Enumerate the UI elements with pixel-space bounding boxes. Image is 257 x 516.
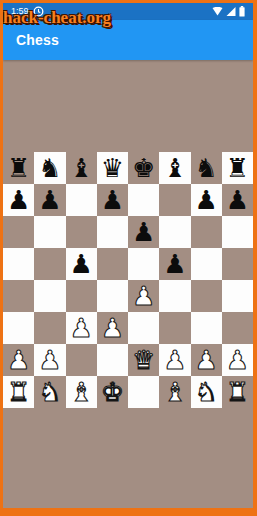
square-d7[interactable]: ♟ bbox=[97, 184, 128, 216]
square-c4[interactable] bbox=[66, 280, 97, 312]
piece-white-bishop: ♝ bbox=[69, 376, 92, 408]
square-g7[interactable]: ♟ bbox=[191, 184, 222, 216]
square-a3[interactable] bbox=[3, 312, 34, 344]
square-c3[interactable]: ♟ bbox=[66, 312, 97, 344]
piece-black-knight: ♞ bbox=[194, 152, 217, 184]
square-h8[interactable]: ♜ bbox=[222, 152, 253, 184]
square-f2[interactable]: ♟ bbox=[159, 344, 190, 376]
piece-white-pawn: ♟ bbox=[69, 312, 92, 344]
square-a1[interactable]: ♜ bbox=[3, 376, 34, 408]
square-d5[interactable] bbox=[97, 248, 128, 280]
square-e5[interactable] bbox=[128, 248, 159, 280]
square-e2[interactable]: ♛ bbox=[128, 344, 159, 376]
square-f8[interactable]: ♝ bbox=[159, 152, 190, 184]
piece-white-bishop: ♝ bbox=[163, 376, 186, 408]
piece-white-pawn: ♟ bbox=[132, 280, 155, 312]
piece-black-queen: ♛ bbox=[101, 152, 124, 184]
piece-black-rook: ♜ bbox=[7, 152, 30, 184]
square-e7[interactable] bbox=[128, 184, 159, 216]
board-top-background bbox=[3, 60, 253, 152]
piece-white-pawn: ♟ bbox=[163, 344, 186, 376]
square-h7[interactable]: ♟ bbox=[222, 184, 253, 216]
piece-white-king: ♚ bbox=[101, 376, 124, 408]
status-bar: 1:59 bbox=[3, 3, 253, 20]
status-time: 1:59 bbox=[11, 7, 29, 16]
square-e4[interactable]: ♟ bbox=[128, 280, 159, 312]
square-d2[interactable] bbox=[97, 344, 128, 376]
piece-white-pawn: ♟ bbox=[38, 344, 61, 376]
piece-white-rook: ♜ bbox=[226, 376, 249, 408]
piece-white-rook: ♜ bbox=[7, 376, 30, 408]
square-g8[interactable]: ♞ bbox=[191, 152, 222, 184]
square-b3[interactable] bbox=[34, 312, 65, 344]
square-d6[interactable] bbox=[97, 216, 128, 248]
square-e1[interactable] bbox=[128, 376, 159, 408]
piece-black-bishop: ♝ bbox=[69, 152, 92, 184]
square-d8[interactable]: ♛ bbox=[97, 152, 128, 184]
battery-icon bbox=[239, 6, 245, 17]
piece-black-knight: ♞ bbox=[38, 152, 61, 184]
square-h4[interactable] bbox=[222, 280, 253, 312]
square-g2[interactable]: ♟ bbox=[191, 344, 222, 376]
piece-black-pawn: ♟ bbox=[7, 184, 30, 216]
square-g6[interactable] bbox=[191, 216, 222, 248]
piece-black-pawn: ♟ bbox=[132, 216, 155, 248]
square-g3[interactable] bbox=[191, 312, 222, 344]
square-h1[interactable]: ♜ bbox=[222, 376, 253, 408]
square-a7[interactable]: ♟ bbox=[3, 184, 34, 216]
square-c5[interactable]: ♟ bbox=[66, 248, 97, 280]
piece-white-pawn: ♟ bbox=[7, 344, 30, 376]
piece-black-king: ♚ bbox=[132, 152, 155, 184]
square-c7[interactable] bbox=[66, 184, 97, 216]
square-e3[interactable] bbox=[128, 312, 159, 344]
square-h3[interactable] bbox=[222, 312, 253, 344]
square-f7[interactable] bbox=[159, 184, 190, 216]
piece-black-pawn: ♟ bbox=[101, 184, 124, 216]
square-f3[interactable] bbox=[159, 312, 190, 344]
app-bar: Chess bbox=[3, 20, 253, 60]
piece-white-queen: ♛ bbox=[132, 344, 155, 376]
square-h6[interactable] bbox=[222, 216, 253, 248]
piece-black-pawn: ♟ bbox=[69, 248, 92, 280]
square-e8[interactable]: ♚ bbox=[128, 152, 159, 184]
status-bar-right bbox=[212, 6, 245, 17]
chess-board: ♜♞♝♛♚♝♞♜♟♟♟♟♟♟♟♟♟♟♟♟♟♛♟♟♟♜♞♝♚♝♞♜ bbox=[3, 152, 253, 408]
square-d4[interactable] bbox=[97, 280, 128, 312]
piece-black-pawn: ♟ bbox=[163, 248, 186, 280]
piece-white-pawn: ♟ bbox=[194, 344, 217, 376]
square-a8[interactable]: ♜ bbox=[3, 152, 34, 184]
phone-frame: 1:59 Chess ♜♞♝♛♚♝♞♜♟♟♟♟♟♟♟♟♟♟♟♟♟♛♟♟♟♜♞♝♚… bbox=[0, 0, 257, 516]
wifi-icon bbox=[212, 7, 223, 16]
piece-white-knight: ♞ bbox=[38, 376, 61, 408]
square-f4[interactable] bbox=[159, 280, 190, 312]
status-bar-left: 1:59 bbox=[11, 6, 44, 17]
square-b2[interactable]: ♟ bbox=[34, 344, 65, 376]
square-b7[interactable]: ♟ bbox=[34, 184, 65, 216]
square-g4[interactable] bbox=[191, 280, 222, 312]
piece-black-bishop: ♝ bbox=[163, 152, 186, 184]
square-d1[interactable]: ♚ bbox=[97, 376, 128, 408]
square-d3[interactable]: ♟ bbox=[97, 312, 128, 344]
square-e6[interactable]: ♟ bbox=[128, 216, 159, 248]
square-a2[interactable]: ♟ bbox=[3, 344, 34, 376]
piece-white-pawn: ♟ bbox=[226, 344, 249, 376]
square-g5[interactable] bbox=[191, 248, 222, 280]
square-b5[interactable] bbox=[34, 248, 65, 280]
square-h2[interactable]: ♟ bbox=[222, 344, 253, 376]
square-a6[interactable] bbox=[3, 216, 34, 248]
piece-white-knight: ♞ bbox=[194, 376, 217, 408]
square-b6[interactable] bbox=[34, 216, 65, 248]
square-g1[interactable]: ♞ bbox=[191, 376, 222, 408]
square-f6[interactable] bbox=[159, 216, 190, 248]
square-b1[interactable]: ♞ bbox=[34, 376, 65, 408]
clock-icon bbox=[33, 6, 44, 17]
square-a5[interactable] bbox=[3, 248, 34, 280]
square-h5[interactable] bbox=[222, 248, 253, 280]
square-f5[interactable]: ♟ bbox=[159, 248, 190, 280]
square-b4[interactable] bbox=[34, 280, 65, 312]
piece-black-pawn: ♟ bbox=[194, 184, 217, 216]
square-c8[interactable]: ♝ bbox=[66, 152, 97, 184]
square-a4[interactable] bbox=[3, 280, 34, 312]
square-c6[interactable] bbox=[66, 216, 97, 248]
cellular-icon bbox=[226, 7, 236, 16]
square-c2[interactable] bbox=[66, 344, 97, 376]
piece-black-pawn: ♟ bbox=[226, 184, 249, 216]
piece-black-pawn: ♟ bbox=[38, 184, 61, 216]
square-f1[interactable]: ♝ bbox=[159, 376, 190, 408]
app-title: Chess bbox=[16, 32, 59, 48]
square-c1[interactable]: ♝ bbox=[66, 376, 97, 408]
square-b8[interactable]: ♞ bbox=[34, 152, 65, 184]
piece-white-pawn: ♟ bbox=[101, 312, 124, 344]
piece-black-rook: ♜ bbox=[226, 152, 249, 184]
